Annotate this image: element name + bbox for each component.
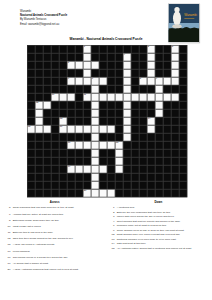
grid-cell xyxy=(75,69,83,77)
grid-cell xyxy=(27,53,35,61)
grid-cell[interactable] xyxy=(107,125,115,133)
grid-cell xyxy=(123,189,131,197)
grid-cell[interactable] xyxy=(59,93,67,101)
grid-cell xyxy=(131,141,139,149)
grid-cell[interactable] xyxy=(147,125,155,133)
grid-cell[interactable] xyxy=(99,141,107,149)
grid-cell xyxy=(155,165,163,173)
grid-cell xyxy=(155,189,163,197)
clue-text: An Australian native animal that is noct… xyxy=(117,246,192,249)
grid-cell xyxy=(179,101,187,109)
grid-cell xyxy=(99,85,107,93)
grid-cell[interactable]: 11 xyxy=(83,93,91,101)
grid-cell xyxy=(35,45,43,53)
grid-cell[interactable] xyxy=(147,61,155,69)
grid-cell xyxy=(155,181,163,189)
grid-cell[interactable] xyxy=(123,125,131,133)
cell-number: 18 xyxy=(116,141,119,144)
grid-cell xyxy=(27,109,35,117)
clue-number: 17. xyxy=(6,255,11,258)
grid-cell[interactable] xyxy=(91,85,99,93)
grid-cell xyxy=(99,101,107,109)
grid-cell[interactable] xyxy=(75,61,83,69)
grid-cell xyxy=(123,45,131,53)
clue-number: 9. xyxy=(110,228,115,231)
grid-cell[interactable] xyxy=(107,189,115,197)
clue-number: 4. xyxy=(110,219,115,222)
grid-cell xyxy=(147,173,155,181)
grid-cell xyxy=(99,133,107,141)
grid-cell[interactable]: 18 xyxy=(115,141,123,149)
grid-cell xyxy=(179,93,187,101)
grid-cell xyxy=(27,149,35,157)
grid-cell[interactable] xyxy=(147,69,155,77)
grid-cell xyxy=(155,133,163,141)
clue-item: 15.A large owl found in Australian fores… xyxy=(6,243,103,246)
grid-cell[interactable] xyxy=(43,101,51,109)
grid-cell xyxy=(139,125,147,133)
grid-cell xyxy=(59,165,67,173)
clue-item: 5.Small marsupial that can glide from tr… xyxy=(6,206,103,209)
grid-cell xyxy=(27,165,35,173)
clue-text: Quiet animals that hunt for insects and … xyxy=(117,219,181,222)
clue-number: 6. xyxy=(6,212,11,215)
grid-cell[interactable] xyxy=(83,53,91,61)
grid-cell xyxy=(75,45,83,53)
grid-cell[interactable] xyxy=(163,93,171,101)
grid-cell[interactable] xyxy=(123,101,131,109)
grid-cell xyxy=(115,181,123,189)
grid-cell[interactable] xyxy=(123,69,131,77)
grid-cell[interactable]: 1 xyxy=(83,45,91,53)
grid-cell[interactable]: 13 xyxy=(59,117,67,125)
clue-item: 3.Where bats sleep during the day in cav… xyxy=(110,215,207,218)
grid-cell xyxy=(179,69,187,77)
grid-cell xyxy=(27,93,35,101)
grid-cell xyxy=(67,133,75,141)
grid-cell xyxy=(59,85,67,93)
grid-cell[interactable] xyxy=(91,109,99,117)
grid-cell xyxy=(107,117,115,125)
grid-cell xyxy=(67,85,75,93)
grid-cell xyxy=(107,45,115,53)
grid-cell xyxy=(75,93,83,101)
grid-cell[interactable] xyxy=(75,165,83,173)
grid-cell xyxy=(75,149,83,157)
grid-cell[interactable] xyxy=(83,69,91,77)
clue-item: 12.Night animals have very good eyesight… xyxy=(110,233,207,236)
grid-cell[interactable] xyxy=(131,93,139,101)
grid-cell xyxy=(51,101,59,109)
grid-cell xyxy=(83,181,91,189)
grid-cell xyxy=(179,77,187,85)
grid-cell xyxy=(115,85,123,93)
cell-number: 3 xyxy=(172,45,173,48)
grid-cell[interactable] xyxy=(139,93,147,101)
grid-cell xyxy=(131,53,139,61)
clue-number: 20. xyxy=(6,268,11,271)
grid-cell xyxy=(75,85,83,93)
grid-cell[interactable] xyxy=(35,117,43,125)
grid-cell xyxy=(59,181,67,189)
clue-text: What a baby bat is called. xyxy=(13,224,42,227)
grid-cell xyxy=(35,69,43,77)
grid-cell xyxy=(163,109,171,117)
grid-cell[interactable]: 7 xyxy=(91,77,99,85)
grid-cell xyxy=(75,117,83,125)
cell-number: 20 xyxy=(84,189,87,192)
clue-item: 14.Cats hunt best at this time. xyxy=(110,242,207,245)
grid-cell[interactable] xyxy=(35,125,43,133)
grid-cell xyxy=(51,117,59,125)
grid-cell xyxy=(59,53,67,61)
cell-number: 16 xyxy=(60,125,63,128)
grid-cell xyxy=(43,93,51,101)
grid-cell xyxy=(51,157,59,165)
grid-cell[interactable] xyxy=(171,69,179,77)
cell-number: 10 xyxy=(52,93,55,96)
grid-cell xyxy=(59,149,67,157)
grid-cell xyxy=(43,61,51,69)
grid-cell[interactable]: 5 xyxy=(67,61,75,69)
grid-cell xyxy=(35,141,43,149)
grid-cell[interactable] xyxy=(123,85,131,93)
grid-cell[interactable]: 6 xyxy=(67,77,75,85)
grid-cell[interactable] xyxy=(123,117,131,125)
grid-cell xyxy=(147,141,155,149)
grid-cell xyxy=(51,53,59,61)
grid-cell xyxy=(59,69,67,77)
grid-cell xyxy=(179,149,187,157)
grid-cell xyxy=(163,53,171,61)
grid-cell[interactable] xyxy=(75,125,83,133)
grid-cell xyxy=(59,133,67,141)
grid-cell xyxy=(43,109,51,117)
grid-cell[interactable]: 17 xyxy=(67,141,75,149)
grid-cell xyxy=(155,173,163,181)
clue-item: 2.Bats are the only mammals that can tru… xyxy=(110,210,207,213)
grid-cell[interactable] xyxy=(91,125,99,133)
grid-cell xyxy=(35,53,43,61)
grid-cell[interactable]: 2 xyxy=(147,45,155,53)
grid-cell xyxy=(59,157,67,165)
grid-cell xyxy=(35,85,43,93)
grid-cell xyxy=(91,53,99,61)
grid-cell xyxy=(131,157,139,165)
cell-number: 1 xyxy=(84,45,85,48)
grid-cell xyxy=(131,125,139,133)
grid-cell[interactable] xyxy=(123,133,131,141)
grid-cell xyxy=(115,117,123,125)
grid-cell xyxy=(115,173,123,181)
grid-cell xyxy=(179,141,187,149)
grid-cell xyxy=(83,117,91,125)
grid-cell[interactable] xyxy=(75,141,83,149)
grid-cell[interactable]: 12 xyxy=(35,101,43,109)
grid-cell xyxy=(99,109,107,117)
grid-cell xyxy=(131,101,139,109)
grid-cell xyxy=(139,85,147,93)
grid-cell xyxy=(107,149,115,157)
grid-cell xyxy=(115,101,123,109)
grid-cell xyxy=(51,109,59,117)
grid-cell xyxy=(131,149,139,157)
cell-number: 15 xyxy=(28,125,31,128)
grid-cell xyxy=(171,173,179,181)
grid-cell xyxy=(163,101,171,109)
clue-number: 13. xyxy=(110,237,115,240)
grid-cell xyxy=(43,69,51,77)
grid-cell xyxy=(51,141,59,149)
clue-item: 16.Flying mammal. xyxy=(6,249,103,252)
grid-cell xyxy=(171,117,179,125)
cell-number: 6 xyxy=(68,77,69,80)
clue-text: Small marsupial that can glide from tree… xyxy=(13,206,74,209)
grid-cell xyxy=(163,141,171,149)
grid-cell[interactable] xyxy=(83,77,91,85)
grid-cell[interactable] xyxy=(171,61,179,69)
grid-cell[interactable] xyxy=(123,93,131,101)
grid-cell xyxy=(43,189,51,197)
page-title: Wanambi - Nocturnal Animals Crossword Pu… xyxy=(0,37,212,41)
grid-cell[interactable] xyxy=(147,53,155,61)
grid-cell xyxy=(139,141,147,149)
grid-cell xyxy=(147,133,155,141)
grid-cell xyxy=(51,61,59,69)
grid-cell xyxy=(35,93,43,101)
grid-cell xyxy=(35,149,43,157)
grid-cell[interactable] xyxy=(91,149,99,157)
clue-text: Owls turn their heads almost all the way… xyxy=(13,237,74,240)
grid-cell xyxy=(147,165,155,173)
grid-cell[interactable] xyxy=(91,165,99,173)
grid-cell[interactable] xyxy=(115,149,123,157)
grid-cell xyxy=(123,165,131,173)
grid-cell[interactable] xyxy=(91,117,99,125)
clue-item: 1.A nocturnal bird. xyxy=(110,206,207,209)
grid-cell[interactable] xyxy=(123,61,131,69)
grid-cell[interactable] xyxy=(171,53,179,61)
clue-text: This animal sleeps in a hollow tree duri… xyxy=(13,255,68,258)
clue-item: 11.Bats use this to find food in the dar… xyxy=(6,231,103,234)
clue-number: 10. xyxy=(6,224,11,227)
grid-cell[interactable] xyxy=(99,189,107,197)
grid-cell[interactable]: 19 xyxy=(67,165,75,173)
grid-cell[interactable] xyxy=(107,141,115,149)
grid-cell xyxy=(139,69,147,77)
grid-cell xyxy=(179,189,187,197)
clue-item: 18.An Australian native animal that is n… xyxy=(110,246,207,249)
grid-cell xyxy=(115,45,123,53)
grid-cell xyxy=(59,173,67,181)
grid-cell xyxy=(67,45,75,53)
grid-cell xyxy=(67,181,75,189)
grid-cell xyxy=(139,189,147,197)
grid-cell xyxy=(27,133,35,141)
grid-cell[interactable] xyxy=(99,165,107,173)
grid-cell[interactable] xyxy=(67,93,75,101)
grid-cell xyxy=(59,45,67,53)
grid-cell[interactable] xyxy=(123,109,131,117)
across-list: 5.Small marsupial that can glide from tr… xyxy=(6,206,103,271)
crossword-grid: 1234567891011121314151617181920 xyxy=(27,45,187,197)
grid-cell[interactable]: 14 xyxy=(147,117,155,125)
grid-cell xyxy=(35,165,43,173)
grid-cell[interactable]: 4 xyxy=(123,53,131,61)
grid-cell xyxy=(107,133,115,141)
grid-cell[interactable] xyxy=(83,125,91,133)
grid-cell xyxy=(155,149,163,157)
clue-item: 19.An animal that is awake at night. xyxy=(6,261,103,264)
grid-cell xyxy=(131,133,139,141)
grid-cell xyxy=(75,173,83,181)
grid-cell xyxy=(67,157,75,165)
grid-cell xyxy=(51,133,59,141)
grid-cell xyxy=(99,149,107,157)
grid-cell[interactable] xyxy=(91,101,99,109)
grid-cell[interactable] xyxy=(147,93,155,101)
grid-cell[interactable] xyxy=(171,93,179,101)
grid-cell xyxy=(51,45,59,53)
grid-cell xyxy=(107,165,115,173)
grid-cell[interactable] xyxy=(155,93,163,101)
grid-cell[interactable]: 15 xyxy=(27,125,35,133)
grid-cell[interactable] xyxy=(75,77,83,85)
clue-text: Animals that are active at night are cal… xyxy=(13,212,64,215)
grid-cell[interactable] xyxy=(107,93,115,101)
grid-cell[interactable]: 10 xyxy=(51,93,59,101)
grid-cell xyxy=(75,133,83,141)
grid-cell[interactable] xyxy=(91,141,99,149)
grid-cell xyxy=(179,133,187,141)
grid-cell[interactable] xyxy=(171,77,179,85)
grid-cell[interactable] xyxy=(155,85,163,93)
clue-number: 8. xyxy=(6,218,11,221)
grid-cell[interactable] xyxy=(147,77,155,85)
grid-cell xyxy=(139,53,147,61)
grid-cell[interactable] xyxy=(99,93,107,101)
cell-number: 8 xyxy=(140,77,141,80)
clue-text: Where bats sleep during the day in caves… xyxy=(117,215,175,218)
cell-number: 4 xyxy=(124,53,125,56)
grid-cell xyxy=(43,157,51,165)
grid-cell[interactable] xyxy=(155,101,163,109)
grid-cell[interactable] xyxy=(91,181,99,189)
grid-cell xyxy=(59,61,67,69)
grid-cell xyxy=(123,157,131,165)
grid-cell xyxy=(107,109,115,117)
grid-cell xyxy=(163,157,171,165)
clue-number: 14. xyxy=(110,242,115,245)
grid-cell[interactable] xyxy=(99,125,107,133)
grid-cell xyxy=(139,101,147,109)
grid-cell[interactable] xyxy=(91,189,99,197)
grid-cell xyxy=(27,173,35,181)
clue-item: 20.A large Australian marsupial that com… xyxy=(6,268,103,271)
grid-cell[interactable] xyxy=(163,77,171,85)
grid-cell[interactable]: 20 xyxy=(83,189,91,197)
clue-text: Nocturnal animals' eyes open wide to let… xyxy=(117,237,177,240)
grid-cell xyxy=(171,165,179,173)
grid-cell[interactable] xyxy=(83,61,91,69)
grid-cell xyxy=(171,141,179,149)
clue-text: Bats use this to find food in the dark. xyxy=(13,231,53,234)
grid-cell xyxy=(27,101,35,109)
grid-cell[interactable] xyxy=(67,125,75,133)
grid-cell[interactable]: 3 xyxy=(171,45,179,53)
grid-cell xyxy=(35,77,43,85)
grid-cell[interactable] xyxy=(115,93,123,101)
grid-cell xyxy=(131,77,139,85)
grid-cell xyxy=(99,181,107,189)
grid-cell xyxy=(75,157,83,165)
grid-cell[interactable] xyxy=(115,165,123,173)
grid-cell xyxy=(155,125,163,133)
grid-cell[interactable]: 9 xyxy=(155,77,163,85)
grid-cell xyxy=(179,181,187,189)
grid-cell xyxy=(123,149,131,157)
page-canvas: Wanambi Nocturnal Animals Crossword Puzz… xyxy=(0,0,212,300)
grid-cell xyxy=(139,133,147,141)
grid-cell xyxy=(139,173,147,181)
clue-item: 12.Owls turn their heads almost all the … xyxy=(6,237,103,240)
grid-cell xyxy=(163,61,171,69)
logo-caption: Wanambi xyxy=(184,13,197,17)
grid-cell xyxy=(107,173,115,181)
grid-cell[interactable] xyxy=(115,157,123,165)
grid-cell[interactable] xyxy=(99,77,107,85)
grid-cell[interactable] xyxy=(155,109,163,117)
grid-cell[interactable] xyxy=(91,61,99,69)
grid-cell xyxy=(67,189,75,197)
clue-number: 1. xyxy=(110,206,115,209)
grid-cell xyxy=(27,69,35,77)
grid-cell[interactable] xyxy=(83,165,91,173)
grid-cell[interactable] xyxy=(123,77,131,85)
grid-cell[interactable] xyxy=(91,157,99,165)
grid-cell xyxy=(59,189,67,197)
grid-cell[interactable] xyxy=(83,141,91,149)
clue-number: 18. xyxy=(110,246,115,249)
clue-text: Cats hunt best at this time. xyxy=(117,242,147,245)
grid-cell xyxy=(179,53,187,61)
grid-cell xyxy=(27,157,35,165)
grid-cell xyxy=(99,45,107,53)
grid-cell[interactable]: 8 xyxy=(139,77,147,85)
grid-cell[interactable] xyxy=(35,109,43,117)
grid-cell xyxy=(163,117,171,125)
grid-cell xyxy=(83,173,91,181)
grid-cell xyxy=(35,189,43,197)
grid-cell xyxy=(107,53,115,61)
grid-cell[interactable] xyxy=(91,173,99,181)
cell-number: 11 xyxy=(84,93,86,96)
grid-cell[interactable] xyxy=(91,133,99,141)
grid-cell xyxy=(171,181,179,189)
grid-cell xyxy=(99,157,107,165)
grid-cell[interactable]: 16 xyxy=(59,125,67,133)
grid-cell xyxy=(179,61,187,69)
clue-item: 4.Quiet animals that hunt for insects an… xyxy=(110,219,207,222)
grid-cell xyxy=(163,45,171,53)
grid-cell xyxy=(27,61,35,69)
grid-cell[interactable] xyxy=(43,125,51,133)
header-block: Wanambi Nocturnal Animals Crossword Puzz… xyxy=(20,9,67,26)
grid-cell xyxy=(139,45,147,53)
grid-cell xyxy=(59,109,67,117)
grid-cell[interactable] xyxy=(91,93,99,101)
grid-cell xyxy=(83,133,91,141)
